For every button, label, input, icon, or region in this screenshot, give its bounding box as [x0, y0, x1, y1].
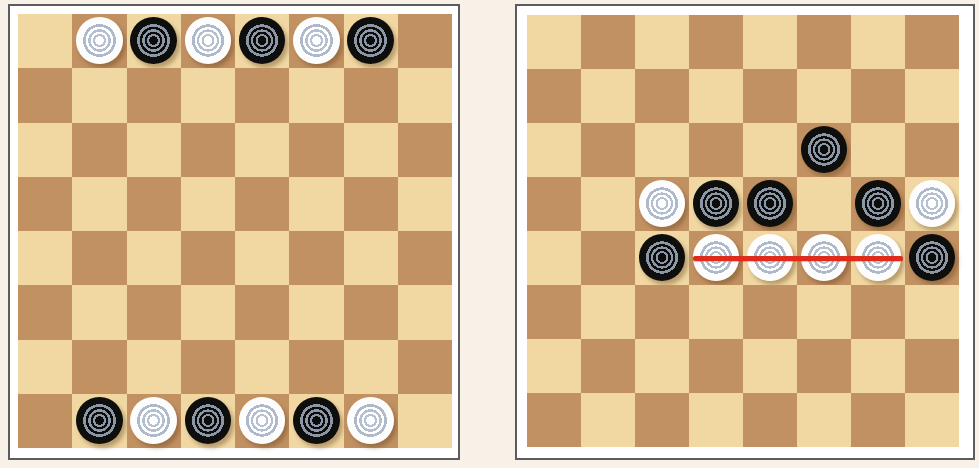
square-left-r5c2[interactable] [127, 285, 181, 339]
square-left-r5c1[interactable] [72, 285, 126, 339]
square-right-r0c7[interactable] [905, 15, 959, 69]
square-left-r5c3[interactable] [181, 285, 235, 339]
square-left-r2c0[interactable] [18, 123, 72, 177]
square-left-r4c2[interactable] [127, 231, 181, 285]
square-left-r7c3[interactable] [181, 394, 235, 448]
square-right-r1c5[interactable] [797, 69, 851, 123]
square-right-r1c4[interactable] [743, 69, 797, 123]
square-right-r6c6[interactable] [851, 339, 905, 393]
square-left-r1c5[interactable] [289, 68, 343, 122]
square-right-r2c6[interactable] [851, 123, 905, 177]
square-right-r5c1[interactable] [581, 285, 635, 339]
square-right-r5c4[interactable] [743, 285, 797, 339]
square-right-r4c0[interactable] [527, 231, 581, 285]
square-left-r1c2[interactable] [127, 68, 181, 122]
square-right-r6c2[interactable] [635, 339, 689, 393]
square-right-r7c4[interactable] [743, 393, 797, 447]
square-left-r7c2[interactable] [127, 394, 181, 448]
square-left-r1c4[interactable] [235, 68, 289, 122]
square-right-r5c3[interactable] [689, 285, 743, 339]
square-right-r0c4[interactable] [743, 15, 797, 69]
white-checker[interactable] [909, 180, 955, 226]
square-right-r3c0[interactable] [527, 177, 581, 231]
page-background [0, 0, 979, 468]
white-checker[interactable] [185, 17, 232, 64]
square-left-r7c7[interactable] [398, 394, 452, 448]
square-right-r4c7[interactable] [905, 231, 959, 285]
square-right-r1c1[interactable] [581, 69, 635, 123]
square-right-r3c4[interactable] [743, 177, 797, 231]
square-left-r0c6[interactable] [344, 14, 398, 68]
black-checker[interactable] [130, 17, 177, 64]
square-right-r5c0[interactable] [527, 285, 581, 339]
black-checker[interactable] [293, 397, 340, 444]
square-right-r4c1[interactable] [581, 231, 635, 285]
capture-line [693, 256, 903, 261]
black-checker[interactable] [909, 234, 955, 280]
square-right-r6c4[interactable] [743, 339, 797, 393]
square-right-r3c5[interactable] [797, 177, 851, 231]
square-right-r0c5[interactable] [797, 15, 851, 69]
square-left-r6c5[interactable] [289, 340, 343, 394]
square-right-r2c0[interactable] [527, 123, 581, 177]
square-left-r7c1[interactable] [72, 394, 126, 448]
square-left-r3c0[interactable] [18, 177, 72, 231]
square-right-r1c3[interactable] [689, 69, 743, 123]
square-right-r2c3[interactable] [689, 123, 743, 177]
square-left-r1c3[interactable] [181, 68, 235, 122]
square-left-r4c1[interactable] [72, 231, 126, 285]
square-right-r5c6[interactable] [851, 285, 905, 339]
square-right-r7c3[interactable] [689, 393, 743, 447]
square-right-r3c3[interactable] [689, 177, 743, 231]
square-left-r0c3[interactable] [181, 14, 235, 68]
square-right-r0c6[interactable] [851, 15, 905, 69]
square-left-r5c4[interactable] [235, 285, 289, 339]
square-right-r1c2[interactable] [635, 69, 689, 123]
square-right-r6c1[interactable] [581, 339, 635, 393]
black-checker[interactable] [639, 234, 685, 280]
square-right-r0c0[interactable] [527, 15, 581, 69]
square-right-r2c2[interactable] [635, 123, 689, 177]
square-left-r4c4[interactable] [235, 231, 289, 285]
square-right-r3c6[interactable] [851, 177, 905, 231]
white-checker[interactable] [347, 397, 394, 444]
square-right-r7c2[interactable] [635, 393, 689, 447]
square-left-r4c3[interactable] [181, 231, 235, 285]
square-right-r2c4[interactable] [743, 123, 797, 177]
square-left-r2c4[interactable] [235, 123, 289, 177]
square-right-r5c7[interactable] [905, 285, 959, 339]
square-right-r7c7[interactable] [905, 393, 959, 447]
square-right-r2c5[interactable] [797, 123, 851, 177]
square-left-r5c7[interactable] [398, 285, 452, 339]
square-left-r3c6[interactable] [344, 177, 398, 231]
square-left-r0c7[interactable] [398, 14, 452, 68]
square-left-r5c6[interactable] [344, 285, 398, 339]
square-left-r7c4[interactable] [235, 394, 289, 448]
board-panel-left [8, 4, 460, 460]
square-right-r6c7[interactable] [905, 339, 959, 393]
square-left-r2c3[interactable] [181, 123, 235, 177]
square-right-r3c2[interactable] [635, 177, 689, 231]
square-right-r3c1[interactable] [581, 177, 635, 231]
square-left-r6c0[interactable] [18, 340, 72, 394]
square-right-r1c7[interactable] [905, 69, 959, 123]
square-left-r3c5[interactable] [289, 177, 343, 231]
square-left-r0c0[interactable] [18, 14, 72, 68]
square-left-r0c2[interactable] [127, 14, 181, 68]
square-left-r6c2[interactable] [127, 340, 181, 394]
square-right-r6c5[interactable] [797, 339, 851, 393]
square-right-r3c7[interactable] [905, 177, 959, 231]
square-left-r0c5[interactable] [289, 14, 343, 68]
square-right-r6c3[interactable] [689, 339, 743, 393]
square-right-r0c2[interactable] [635, 15, 689, 69]
square-left-r3c2[interactable] [127, 177, 181, 231]
black-checker[interactable] [801, 126, 847, 172]
square-left-r1c1[interactable] [72, 68, 126, 122]
square-left-r4c7[interactable] [398, 231, 452, 285]
white-checker[interactable] [293, 17, 340, 64]
square-left-r7c5[interactable] [289, 394, 343, 448]
white-checker[interactable] [639, 180, 685, 226]
square-left-r4c6[interactable] [344, 231, 398, 285]
square-right-r7c1[interactable] [581, 393, 635, 447]
checkers-board-left [18, 14, 452, 448]
square-left-r2c1[interactable] [72, 123, 126, 177]
square-right-r5c5[interactable] [797, 285, 851, 339]
white-checker[interactable] [76, 17, 123, 64]
white-checker[interactable] [239, 397, 286, 444]
square-left-r2c2[interactable] [127, 123, 181, 177]
square-left-r2c7[interactable] [398, 123, 452, 177]
square-right-r6c0[interactable] [527, 339, 581, 393]
square-left-r2c6[interactable] [344, 123, 398, 177]
square-left-r3c4[interactable] [235, 177, 289, 231]
square-left-r1c7[interactable] [398, 68, 452, 122]
square-left-r0c1[interactable] [72, 14, 126, 68]
square-left-r6c1[interactable] [72, 340, 126, 394]
square-left-r0c4[interactable] [235, 14, 289, 68]
square-right-r4c2[interactable] [635, 231, 689, 285]
square-right-r5c2[interactable] [635, 285, 689, 339]
square-right-r1c6[interactable] [851, 69, 905, 123]
square-left-r1c0[interactable] [18, 68, 72, 122]
square-left-r6c3[interactable] [181, 340, 235, 394]
square-left-r7c6[interactable] [344, 394, 398, 448]
square-left-r6c7[interactable] [398, 340, 452, 394]
black-checker[interactable] [239, 17, 286, 64]
square-right-r1c0[interactable] [527, 69, 581, 123]
square-left-r1c6[interactable] [344, 68, 398, 122]
square-right-r7c0[interactable] [527, 393, 581, 447]
square-left-r4c0[interactable] [18, 231, 72, 285]
black-checker[interactable] [185, 397, 232, 444]
square-right-r7c5[interactable] [797, 393, 851, 447]
checkers-board-right [527, 15, 959, 447]
square-left-r7c0[interactable] [18, 394, 72, 448]
square-left-r6c4[interactable] [235, 340, 289, 394]
square-right-r7c6[interactable] [851, 393, 905, 447]
square-right-r2c7[interactable] [905, 123, 959, 177]
square-right-r0c1[interactable] [581, 15, 635, 69]
square-left-r5c5[interactable] [289, 285, 343, 339]
board-panel-right [515, 4, 975, 460]
black-checker[interactable] [693, 180, 739, 226]
square-left-r3c3[interactable] [181, 177, 235, 231]
square-right-r2c1[interactable] [581, 123, 635, 177]
square-left-r6c6[interactable] [344, 340, 398, 394]
square-left-r5c0[interactable] [18, 285, 72, 339]
white-checker[interactable] [130, 397, 177, 444]
square-left-r4c5[interactable] [289, 231, 343, 285]
black-checker[interactable] [855, 180, 901, 226]
square-left-r2c5[interactable] [289, 123, 343, 177]
square-right-r0c3[interactable] [689, 15, 743, 69]
square-left-r3c1[interactable] [72, 177, 126, 231]
black-checker[interactable] [76, 397, 123, 444]
black-checker[interactable] [747, 180, 793, 226]
black-checker[interactable] [347, 17, 394, 64]
square-left-r3c7[interactable] [398, 177, 452, 231]
